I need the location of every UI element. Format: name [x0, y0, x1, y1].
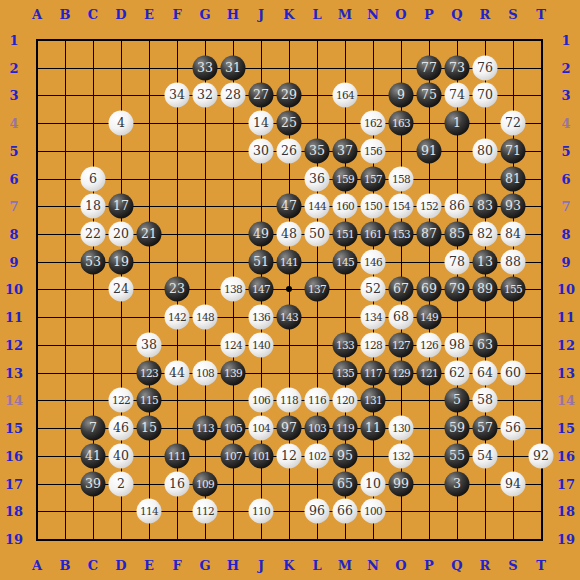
coord-bottom-C: C — [88, 559, 98, 572]
stone-white-move-76-r2[interactable]: 76 — [473, 56, 498, 81]
stone-black-move-99-o17[interactable]: 99 — [389, 472, 414, 497]
coord-left-6: 6 — [9, 173, 18, 186]
coord-left-7: 7 — [9, 200, 18, 213]
stone-black-move-25-k4[interactable]: 25 — [277, 111, 302, 136]
coord-bottom-O: O — [395, 559, 406, 572]
coord-right-15: 15 — [557, 422, 575, 435]
stone-black-move-81-s6[interactable]: 81 — [501, 167, 526, 192]
coord-top-H: H — [227, 8, 239, 21]
stone-white-move-34-f3[interactable]: 34 — [165, 83, 190, 108]
stone-white-move-104-j15[interactable]: 104 — [249, 416, 274, 441]
stone-black-move-11-n15[interactable]: 11 — [361, 416, 386, 441]
stone-black-move-143-k11[interactable]: 143 — [277, 305, 302, 330]
stone-white-move-160-m7[interactable]: 160 — [333, 194, 358, 219]
coord-right-9: 9 — [561, 256, 570, 269]
stone-white-move-32-g3[interactable]: 32 — [193, 83, 218, 108]
coord-right-8: 8 — [561, 228, 570, 241]
stone-white-move-12-k16[interactable]: 12 — [277, 444, 302, 469]
stone-white-move-54-r16[interactable]: 54 — [473, 444, 498, 469]
stone-black-move-85-q8[interactable]: 85 — [445, 222, 470, 247]
stone-black-move-151-m8[interactable]: 151 — [333, 222, 358, 247]
coord-left-5: 5 — [9, 145, 18, 158]
stone-white-move-144-l7[interactable]: 144 — [305, 194, 330, 219]
stone-black-move-129-o13[interactable]: 129 — [389, 361, 414, 386]
stone-white-move-124-h12[interactable]: 124 — [221, 333, 246, 358]
stone-black-move-145-m9[interactable]: 145 — [333, 250, 358, 275]
stone-white-move-6-c6[interactable]: 6 — [81, 167, 106, 192]
stone-black-move-77-p2[interactable]: 77 — [417, 56, 442, 81]
stone-black-move-79-q10[interactable]: 79 — [445, 277, 470, 302]
stone-white-move-62-q13[interactable]: 62 — [445, 361, 470, 386]
coord-top-E: E — [144, 8, 154, 21]
stone-black-move-33-g2[interactable]: 33 — [193, 56, 218, 81]
stone-black-move-103-l15[interactable]: 103 — [305, 416, 330, 441]
stone-white-move-98-q12[interactable]: 98 — [445, 333, 470, 358]
stone-black-move-153-o8[interactable]: 153 — [389, 222, 414, 247]
coord-bottom-K: K — [283, 559, 294, 572]
stone-black-move-97-k15[interactable]: 97 — [277, 416, 302, 441]
coord-right-13: 13 — [557, 367, 575, 380]
coord-left-4: 4 — [9, 117, 18, 130]
stone-white-move-162-n4[interactable]: 162 — [361, 111, 386, 136]
stone-white-move-106-j14[interactable]: 106 — [249, 388, 274, 413]
coord-right-7: 7 — [561, 200, 570, 213]
stone-black-move-67-o10[interactable]: 67 — [389, 277, 414, 302]
stone-black-move-53-c9[interactable]: 53 — [81, 250, 106, 275]
coord-right-18: 18 — [557, 505, 575, 518]
stone-white-move-70-r3[interactable]: 70 — [473, 83, 498, 108]
stone-white-move-134-n11[interactable]: 134 — [361, 305, 386, 330]
coord-top-Q: Q — [451, 8, 462, 21]
stone-black-move-27-j3[interactable]: 27 — [249, 83, 274, 108]
coord-top-J: J — [258, 8, 264, 21]
stone-white-move-156-n5[interactable]: 156 — [361, 139, 386, 164]
stone-black-move-17-d7[interactable]: 17 — [109, 194, 134, 219]
coord-left-2: 2 — [9, 62, 18, 75]
stone-white-move-126-p12[interactable]: 126 — [417, 333, 442, 358]
coord-bottom-G: G — [199, 559, 210, 572]
coord-top-G: G — [199, 8, 210, 21]
coord-bottom-M: M — [338, 559, 352, 572]
coord-right-3: 3 — [561, 89, 570, 102]
coord-top-B: B — [60, 8, 71, 21]
stone-black-move-131-n14[interactable]: 131 — [361, 388, 386, 413]
stone-black-move-1-q4[interactable]: 1 — [445, 111, 470, 136]
coord-top-N: N — [367, 8, 379, 21]
stone-white-move-72-s4[interactable]: 72 — [501, 111, 526, 136]
stone-black-move-91-p5[interactable]: 91 — [417, 139, 442, 164]
stone-white-move-110-j18[interactable]: 110 — [249, 499, 274, 524]
coord-left-10: 10 — [5, 283, 23, 296]
coord-bottom-N: N — [367, 559, 379, 572]
stone-black-move-63-r12[interactable]: 63 — [473, 333, 498, 358]
stone-white-move-128-n12[interactable]: 128 — [361, 333, 386, 358]
stone-black-move-123-e13[interactable]: 123 — [137, 361, 162, 386]
coord-left-14: 14 — [5, 394, 23, 407]
coord-top-A: A — [32, 8, 42, 21]
stone-black-move-137-l10[interactable]: 137 — [305, 277, 330, 302]
coord-left-9: 9 — [9, 256, 18, 269]
coord-right-17: 17 — [557, 478, 575, 491]
coord-right-1: 1 — [561, 34, 570, 47]
coord-left-15: 15 — [5, 422, 23, 435]
stone-white-move-50-l8[interactable]: 50 — [305, 222, 330, 247]
coord-left-8: 8 — [9, 228, 18, 241]
stone-white-move-136-j11[interactable]: 136 — [249, 305, 274, 330]
stone-white-move-52-n10[interactable]: 52 — [361, 277, 386, 302]
stone-black-move-15-e15[interactable]: 15 — [137, 416, 162, 441]
coord-left-18: 18 — [5, 505, 23, 518]
coord-right-4: 4 — [561, 117, 570, 130]
coord-right-12: 12 — [557, 339, 575, 352]
stone-white-move-64-r13[interactable]: 64 — [473, 361, 498, 386]
stone-white-move-140-j12[interactable]: 140 — [249, 333, 274, 358]
stone-black-move-65-m17[interactable]: 65 — [333, 472, 358, 497]
stone-white-move-14-j4[interactable]: 14 — [249, 111, 274, 136]
stone-black-move-49-j8[interactable]: 49 — [249, 222, 274, 247]
stone-black-move-29-k3[interactable]: 29 — [277, 83, 302, 108]
stone-white-move-148-g11[interactable]: 148 — [193, 305, 218, 330]
stone-black-move-133-m12[interactable]: 133 — [333, 333, 358, 358]
stone-black-move-127-o12[interactable]: 127 — [389, 333, 414, 358]
coord-right-11: 11 — [557, 311, 575, 324]
stone-black-move-69-p10[interactable]: 69 — [417, 277, 442, 302]
stone-white-move-66-m18[interactable]: 66 — [333, 499, 358, 524]
stone-black-move-71-s5[interactable]: 71 — [501, 139, 526, 164]
stone-white-move-46-d15[interactable]: 46 — [109, 416, 134, 441]
stone-white-move-58-r14[interactable]: 58 — [473, 388, 498, 413]
stone-black-move-109-g17[interactable]: 109 — [193, 472, 218, 497]
coord-right-2: 2 — [561, 62, 570, 75]
stone-white-move-40-d16[interactable]: 40 — [109, 444, 134, 469]
coord-right-19: 19 — [557, 533, 575, 546]
coord-left-13: 13 — [5, 367, 23, 380]
stone-white-move-20-d8[interactable]: 20 — [109, 222, 134, 247]
stone-black-move-55-q16[interactable]: 55 — [445, 444, 470, 469]
stone-black-move-9-o3[interactable]: 9 — [389, 83, 414, 108]
stone-black-move-73-q2[interactable]: 73 — [445, 56, 470, 81]
stone-white-move-122-d14[interactable]: 122 — [109, 388, 134, 413]
stone-white-move-16-f17[interactable]: 16 — [165, 472, 190, 497]
stone-black-move-41-c16[interactable]: 41 — [81, 444, 106, 469]
coord-top-P: P — [424, 8, 434, 21]
stone-white-move-30-j5[interactable]: 30 — [249, 139, 274, 164]
stone-white-move-38-e12[interactable]: 38 — [137, 333, 162, 358]
stone-black-move-21-e8[interactable]: 21 — [137, 222, 162, 247]
coord-top-L: L — [312, 8, 321, 21]
stone-white-move-68-o11[interactable]: 68 — [389, 305, 414, 330]
stone-black-move-121-p13[interactable]: 121 — [417, 361, 442, 386]
stone-black-move-101-j16[interactable]: 101 — [249, 444, 274, 469]
stone-white-move-2-d17[interactable]: 2 — [109, 472, 134, 497]
stone-black-move-141-k9[interactable]: 141 — [277, 250, 302, 275]
stone-white-move-154-o7[interactable]: 154 — [389, 194, 414, 219]
stone-white-move-18-c7[interactable]: 18 — [81, 194, 106, 219]
stone-black-move-107-h16[interactable]: 107 — [221, 444, 246, 469]
stone-white-move-116-l14[interactable]: 116 — [305, 388, 330, 413]
stone-black-move-161-n8[interactable]: 161 — [361, 222, 386, 247]
coord-top-C: C — [88, 8, 98, 21]
coord-top-K: K — [283, 8, 294, 21]
coord-top-T: T — [536, 8, 546, 21]
stone-white-move-48-k8[interactable]: 48 — [277, 222, 302, 247]
stone-white-move-130-o15[interactable]: 130 — [389, 416, 414, 441]
stone-white-move-82-r8[interactable]: 82 — [473, 222, 498, 247]
stone-black-move-163-o4[interactable]: 163 — [389, 111, 414, 136]
stone-white-move-132-o16[interactable]: 132 — [389, 444, 414, 469]
coord-right-16: 16 — [557, 450, 575, 463]
coord-bottom-Q: Q — [451, 559, 462, 572]
stone-black-move-47-k7[interactable]: 47 — [277, 194, 302, 219]
coord-left-1: 1 — [9, 34, 18, 47]
stone-black-move-5-q14[interactable]: 5 — [445, 388, 470, 413]
coord-top-O: O — [395, 8, 406, 21]
stone-white-move-158-o6[interactable]: 158 — [389, 167, 414, 192]
coord-right-10: 10 — [557, 283, 575, 296]
stone-black-move-139-h13[interactable]: 139 — [221, 361, 246, 386]
stone-white-move-118-k14[interactable]: 118 — [277, 388, 302, 413]
stone-black-move-149-p11[interactable]: 149 — [417, 305, 442, 330]
stone-black-move-83-r7[interactable]: 83 — [473, 194, 498, 219]
coord-bottom-L: L — [312, 559, 321, 572]
stone-black-move-3-q17[interactable]: 3 — [445, 472, 470, 497]
stone-white-move-28-h3[interactable]: 28 — [221, 83, 246, 108]
stone-white-move-24-d10[interactable]: 24 — [109, 277, 134, 302]
coord-top-M: M — [338, 8, 352, 21]
stone-white-move-146-n9[interactable]: 146 — [361, 250, 386, 275]
stone-black-move-115-e14[interactable]: 115 — [137, 388, 162, 413]
stone-black-move-37-m5[interactable]: 37 — [333, 139, 358, 164]
stone-black-move-59-q15[interactable]: 59 — [445, 416, 470, 441]
stone-black-move-13-r9[interactable]: 13 — [473, 250, 498, 275]
stone-white-move-86-q7[interactable]: 86 — [445, 194, 470, 219]
stone-black-move-119-m15[interactable]: 119 — [333, 416, 358, 441]
coord-top-R: R — [480, 8, 491, 21]
stone-black-move-19-d9[interactable]: 19 — [109, 250, 134, 275]
coord-left-16: 16 — [5, 450, 23, 463]
stone-black-move-117-n13[interactable]: 117 — [361, 361, 386, 386]
coord-left-11: 11 — [5, 311, 23, 324]
stone-white-move-120-m14[interactable]: 120 — [333, 388, 358, 413]
coord-left-12: 12 — [5, 339, 23, 352]
stone-white-move-60-s13[interactable]: 60 — [501, 361, 526, 386]
stone-white-move-108-g13[interactable]: 108 — [193, 361, 218, 386]
stone-black-move-111-f16[interactable]: 111 — [165, 444, 190, 469]
stone-white-move-78-q9[interactable]: 78 — [445, 250, 470, 275]
stone-black-move-51-j9[interactable]: 51 — [249, 250, 274, 275]
stone-white-move-74-q3[interactable]: 74 — [445, 83, 470, 108]
stone-white-move-94-s17[interactable]: 94 — [501, 472, 526, 497]
coord-bottom-F: F — [172, 559, 181, 572]
stone-black-move-147-j10[interactable]: 147 — [249, 277, 274, 302]
coord-bottom-R: R — [480, 559, 491, 572]
coord-right-5: 5 — [561, 145, 570, 158]
coord-top-D: D — [115, 8, 126, 21]
stone-white-move-4-d4[interactable]: 4 — [109, 111, 134, 136]
coord-left-3: 3 — [9, 89, 18, 102]
stone-white-move-26-k5[interactable]: 26 — [277, 139, 302, 164]
coord-left-19: 19 — [5, 533, 23, 546]
stone-white-move-80-r5[interactable]: 80 — [473, 139, 498, 164]
stone-black-move-39-c17[interactable]: 39 — [81, 472, 106, 497]
stone-white-move-56-s15[interactable]: 56 — [501, 416, 526, 441]
stone-white-move-142-f11[interactable]: 142 — [165, 305, 190, 330]
stone-black-move-155-s10[interactable]: 155 — [501, 277, 526, 302]
stone-white-move-138-h10[interactable]: 138 — [221, 277, 246, 302]
coord-right-14: 14 — [557, 394, 575, 407]
stone-black-move-35-l5[interactable]: 35 — [305, 139, 330, 164]
coord-top-F: F — [172, 8, 181, 21]
stone-white-move-152-p7[interactable]: 152 — [417, 194, 442, 219]
stone-black-move-31-h2[interactable]: 31 — [221, 56, 246, 81]
coord-bottom-B: B — [60, 559, 71, 572]
stone-white-move-112-g18[interactable]: 112 — [193, 499, 218, 524]
stone-white-move-92-t16[interactable]: 92 — [529, 444, 554, 469]
coord-bottom-D: D — [115, 559, 126, 572]
coord-bottom-P: P — [424, 559, 434, 572]
coord-top-S: S — [508, 8, 517, 21]
stone-white-move-100-n18[interactable]: 100 — [361, 499, 386, 524]
coord-bottom-S: S — [508, 559, 517, 572]
stone-black-move-157-n6[interactable]: 157 — [361, 167, 386, 192]
stone-white-move-10-n17[interactable]: 10 — [361, 472, 386, 497]
stone-white-move-96-l18[interactable]: 96 — [305, 499, 330, 524]
stone-white-move-44-f13[interactable]: 44 — [165, 361, 190, 386]
coord-bottom-E: E — [144, 559, 154, 572]
stone-black-move-87-p8[interactable]: 87 — [417, 222, 442, 247]
stone-black-move-135-m13[interactable]: 135 — [333, 361, 358, 386]
stone-white-move-114-e18[interactable]: 114 — [137, 499, 162, 524]
stone-black-move-75-p3[interactable]: 75 — [417, 83, 442, 108]
stone-white-move-22-c8[interactable]: 22 — [81, 222, 106, 247]
stone-white-move-164-m3[interactable]: 164 — [333, 83, 358, 108]
stone-white-move-88-s9[interactable]: 88 — [501, 250, 526, 275]
coord-bottom-H: H — [227, 559, 239, 572]
star-point-k10 — [286, 286, 292, 292]
stone-black-move-95-m16[interactable]: 95 — [333, 444, 358, 469]
coord-bottom-A: A — [32, 559, 42, 572]
stone-black-move-159-m6[interactable]: 159 — [333, 167, 358, 192]
stone-black-move-113-g15[interactable]: 113 — [193, 416, 218, 441]
stone-black-move-93-s7[interactable]: 93 — [501, 194, 526, 219]
coord-left-17: 17 — [5, 478, 23, 491]
stone-black-move-23-f10[interactable]: 23 — [165, 277, 190, 302]
stone-white-move-150-n7[interactable]: 150 — [361, 194, 386, 219]
coord-bottom-T: T — [536, 559, 546, 572]
stone-black-move-57-r15[interactable]: 57 — [473, 416, 498, 441]
go-board: AABBCCDDEEFFGGHHJJKKLLMMNNOOPPQQRRSSTT11… — [0, 0, 580, 580]
stone-black-move-105-h15[interactable]: 105 — [221, 416, 246, 441]
stone-black-move-89-r10[interactable]: 89 — [473, 277, 498, 302]
coord-right-6: 6 — [561, 173, 570, 186]
stone-black-move-7-c15[interactable]: 7 — [81, 416, 106, 441]
coord-bottom-J: J — [258, 559, 264, 572]
stone-white-move-84-s8[interactable]: 84 — [501, 222, 526, 247]
stone-white-move-102-l16[interactable]: 102 — [305, 444, 330, 469]
stone-white-move-36-l6[interactable]: 36 — [305, 167, 330, 192]
